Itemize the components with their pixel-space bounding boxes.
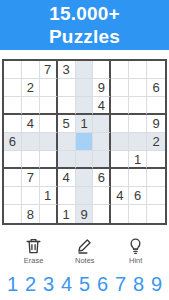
notes-label: Notes [75, 256, 95, 265]
cell-r4c9[interactable]: 9 [147, 115, 165, 133]
cell-r5c7[interactable] [111, 133, 129, 151]
cell-r6c8[interactable]: 1 [129, 151, 147, 169]
cell-r2c2[interactable]: 2 [22, 79, 40, 97]
erase-button[interactable]: Erase [24, 236, 44, 265]
cell-r3c3[interactable] [40, 97, 58, 115]
numpad-9[interactable]: 9 [151, 274, 162, 294]
cell-r3c5[interactable] [76, 97, 94, 115]
cell-r1c2[interactable] [22, 61, 40, 79]
numpad-7[interactable]: 7 [115, 274, 126, 294]
cell-r5c3[interactable] [40, 133, 58, 151]
cell-r2c6[interactable]: 9 [93, 79, 111, 97]
cell-r5c4[interactable] [58, 133, 76, 151]
sudoku-board: 7329644519621746146819 [2, 59, 167, 225]
cell-r6c9[interactable] [147, 151, 165, 169]
cell-r6c6[interactable] [93, 151, 111, 169]
banner-line2: Puzzles [49, 25, 120, 48]
cell-r1c1[interactable] [4, 61, 22, 79]
cell-r4c3[interactable] [40, 115, 58, 133]
cell-r7c2[interactable]: 7 [22, 169, 40, 187]
cell-r9c6[interactable] [93, 205, 111, 223]
cell-r1c9[interactable] [147, 61, 165, 79]
cell-r5c5[interactable] [76, 133, 94, 151]
cell-r8c5[interactable] [76, 187, 94, 205]
cell-r3c4[interactable] [58, 97, 76, 115]
cell-r8c1[interactable] [4, 187, 22, 205]
cell-r5c1[interactable]: 6 [4, 133, 22, 151]
cell-r1c3[interactable]: 7 [40, 61, 58, 79]
cell-r3c9[interactable] [147, 97, 165, 115]
cell-r9c2[interactable]: 8 [22, 205, 40, 223]
cell-r7c8[interactable] [129, 169, 147, 187]
cell-r2c9[interactable]: 6 [147, 79, 165, 97]
cell-r3c8[interactable] [129, 97, 147, 115]
trash-icon [24, 236, 43, 255]
cell-r4c5[interactable]: 1 [76, 115, 94, 133]
numpad-4[interactable]: 4 [61, 274, 72, 294]
cell-r7c3[interactable] [40, 169, 58, 187]
cell-r1c5[interactable] [76, 61, 94, 79]
cell-r9c4[interactable]: 1 [58, 205, 76, 223]
cell-r9c5[interactable]: 9 [76, 205, 94, 223]
cell-r6c2[interactable] [22, 151, 40, 169]
cell-r3c7[interactable] [111, 97, 129, 115]
numpad-1[interactable]: 1 [7, 274, 18, 294]
cell-r4c2[interactable]: 4 [22, 115, 40, 133]
pencil-icon [75, 236, 94, 255]
notes-button[interactable]: Notes [75, 236, 95, 265]
cell-r2c5[interactable] [76, 79, 94, 97]
cell-r3c6[interactable]: 4 [93, 97, 111, 115]
cell-r1c6[interactable] [93, 61, 111, 79]
number-pad: 123456789 [0, 274, 169, 294]
cell-r4c8[interactable] [129, 115, 147, 133]
cell-r9c3[interactable] [40, 205, 58, 223]
cell-r7c1[interactable] [4, 169, 22, 187]
cell-r6c1[interactable] [4, 151, 22, 169]
cell-r4c1[interactable] [4, 115, 22, 133]
cell-r7c6[interactable]: 6 [93, 169, 111, 187]
cell-r9c9[interactable] [147, 205, 165, 223]
cell-r3c2[interactable] [22, 97, 40, 115]
cell-r2c4[interactable] [58, 79, 76, 97]
lightbulb-icon [126, 236, 145, 255]
cell-r7c4[interactable]: 4 [58, 169, 76, 187]
numpad-6[interactable]: 6 [97, 274, 108, 294]
cell-r9c1[interactable] [4, 205, 22, 223]
cell-r5c6[interactable] [93, 133, 111, 151]
numpad-3[interactable]: 3 [43, 274, 54, 294]
cell-r1c8[interactable] [129, 61, 147, 79]
cell-r3c1[interactable] [4, 97, 22, 115]
cell-r5c9[interactable]: 2 [147, 133, 165, 151]
cell-r8c8[interactable]: 6 [129, 187, 147, 205]
cell-r4c6[interactable] [93, 115, 111, 133]
cell-r8c9[interactable] [147, 187, 165, 205]
cell-r1c7[interactable] [111, 61, 129, 79]
cell-r1c4[interactable]: 3 [58, 61, 76, 79]
cell-r7c7[interactable] [111, 169, 129, 187]
cell-r5c8[interactable] [129, 133, 147, 151]
cell-r2c7[interactable] [111, 79, 129, 97]
cell-r6c7[interactable] [111, 151, 129, 169]
cell-r7c9[interactable] [147, 169, 165, 187]
cell-r8c3[interactable]: 1 [40, 187, 58, 205]
cell-r8c4[interactable] [58, 187, 76, 205]
cell-r6c5[interactable] [76, 151, 94, 169]
cell-r6c4[interactable] [58, 151, 76, 169]
cell-r8c6[interactable] [93, 187, 111, 205]
cell-r2c1[interactable] [4, 79, 22, 97]
cell-r5c2[interactable] [22, 133, 40, 151]
cell-r9c7[interactable] [111, 205, 129, 223]
numpad-2[interactable]: 2 [25, 274, 36, 294]
cell-r6c3[interactable] [40, 151, 58, 169]
cell-r2c3[interactable] [40, 79, 58, 97]
numpad-8[interactable]: 8 [133, 274, 144, 294]
banner: 15.000+ Puzzles [0, 0, 169, 50]
cell-r8c7[interactable]: 4 [111, 187, 129, 205]
cell-r8c2[interactable] [22, 187, 40, 205]
banner-line1: 15.000+ [49, 2, 120, 25]
cell-r4c4[interactable]: 5 [58, 115, 76, 133]
hint-button[interactable]: Hint [126, 236, 145, 265]
numpad-5[interactable]: 5 [79, 274, 90, 294]
cell-r9c8[interactable] [129, 205, 147, 223]
cell-r4c7[interactable] [111, 115, 129, 133]
erase-label: Erase [24, 256, 44, 265]
hint-label: Hint [129, 256, 142, 265]
toolbar: Erase Notes Hint [0, 236, 169, 265]
cell-r7c5[interactable] [76, 169, 94, 187]
cell-r2c8[interactable] [129, 79, 147, 97]
